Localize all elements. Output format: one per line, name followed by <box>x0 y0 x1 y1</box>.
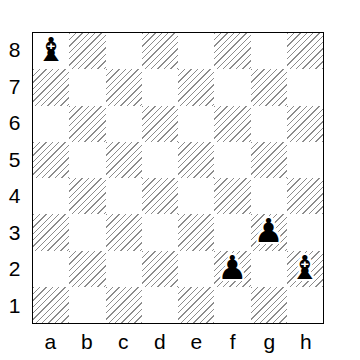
square-e7[interactable] <box>178 69 214 105</box>
square-g2[interactable] <box>251 251 287 287</box>
piece-black-bishop-a8[interactable]: ♝ <box>36 33 66 66</box>
square-g6[interactable] <box>251 106 287 142</box>
piece-black-pawn-f2[interactable]: ♟ <box>218 251 248 284</box>
square-c6[interactable] <box>106 106 142 142</box>
square-h8[interactable] <box>287 33 323 69</box>
chess-diagram: 87654321 ♝♟♟♝ abcdefgh <box>0 0 360 360</box>
file-label-b: b <box>69 328 106 356</box>
file-labels: abcdefgh <box>32 328 324 356</box>
square-g4[interactable] <box>251 178 287 214</box>
file-label-a: a <box>32 328 69 356</box>
square-f6[interactable] <box>214 106 250 142</box>
square-b7[interactable] <box>69 69 105 105</box>
square-b1[interactable] <box>69 287 105 323</box>
square-e6[interactable] <box>178 106 214 142</box>
square-a4[interactable] <box>33 178 69 214</box>
rank-labels: 87654321 <box>0 32 29 324</box>
square-d5[interactable] <box>142 142 178 178</box>
square-g8[interactable] <box>251 33 287 69</box>
square-d8[interactable] <box>142 33 178 69</box>
square-f8[interactable] <box>214 33 250 69</box>
square-b4[interactable] <box>69 178 105 214</box>
file-label-d: d <box>142 328 179 356</box>
square-e1[interactable] <box>178 287 214 323</box>
square-a1[interactable] <box>33 287 69 323</box>
rank-label-1: 1 <box>0 288 29 325</box>
square-a8[interactable]: ♝ <box>33 33 69 69</box>
square-h7[interactable] <box>287 69 323 105</box>
square-c4[interactable] <box>106 178 142 214</box>
square-d1[interactable] <box>142 287 178 323</box>
square-h5[interactable] <box>287 142 323 178</box>
rank-label-3: 3 <box>0 215 29 252</box>
rank-label-5: 5 <box>0 142 29 179</box>
square-a6[interactable] <box>33 106 69 142</box>
square-e5[interactable] <box>178 142 214 178</box>
rank-label-8: 8 <box>0 32 29 69</box>
square-g5[interactable] <box>251 142 287 178</box>
square-e2[interactable] <box>178 251 214 287</box>
rank-label-4: 4 <box>0 178 29 215</box>
rank-label-7: 7 <box>0 69 29 106</box>
square-e4[interactable] <box>178 178 214 214</box>
square-c2[interactable] <box>106 251 142 287</box>
square-f7[interactable] <box>214 69 250 105</box>
square-h3[interactable] <box>287 214 323 250</box>
square-h2[interactable]: ♝ <box>287 251 323 287</box>
square-d2[interactable] <box>142 251 178 287</box>
square-c5[interactable] <box>106 142 142 178</box>
file-label-g: g <box>251 328 288 356</box>
square-f5[interactable] <box>214 142 250 178</box>
square-b3[interactable] <box>69 214 105 250</box>
square-c7[interactable] <box>106 69 142 105</box>
square-f2[interactable]: ♟ <box>214 251 250 287</box>
piece-black-pawn-g3[interactable]: ♟ <box>254 214 284 247</box>
square-d6[interactable] <box>142 106 178 142</box>
square-a3[interactable] <box>33 214 69 250</box>
square-c3[interactable] <box>106 214 142 250</box>
square-h1[interactable] <box>287 287 323 323</box>
square-f3[interactable] <box>214 214 250 250</box>
square-g7[interactable] <box>251 69 287 105</box>
square-b2[interactable] <box>69 251 105 287</box>
square-e3[interactable] <box>178 214 214 250</box>
file-label-h: h <box>288 328 325 356</box>
rank-label-2: 2 <box>0 251 29 288</box>
file-label-e: e <box>178 328 215 356</box>
square-h4[interactable] <box>287 178 323 214</box>
square-f4[interactable] <box>214 178 250 214</box>
square-d7[interactable] <box>142 69 178 105</box>
square-b8[interactable] <box>69 33 105 69</box>
square-a5[interactable] <box>33 142 69 178</box>
square-g1[interactable] <box>251 287 287 323</box>
square-h6[interactable] <box>287 106 323 142</box>
file-label-f: f <box>215 328 252 356</box>
file-label-c: c <box>105 328 142 356</box>
square-g3[interactable]: ♟ <box>251 214 287 250</box>
square-a7[interactable] <box>33 69 69 105</box>
square-c1[interactable] <box>106 287 142 323</box>
square-e8[interactable] <box>178 33 214 69</box>
chess-board: ♝♟♟♝ <box>32 32 324 324</box>
square-b6[interactable] <box>69 106 105 142</box>
square-d3[interactable] <box>142 214 178 250</box>
rank-label-6: 6 <box>0 105 29 142</box>
square-d4[interactable] <box>142 178 178 214</box>
piece-black-bishop-h2[interactable]: ♝ <box>290 251 320 284</box>
square-f1[interactable] <box>214 287 250 323</box>
square-a2[interactable] <box>33 251 69 287</box>
square-c8[interactable] <box>106 33 142 69</box>
square-b5[interactable] <box>69 142 105 178</box>
